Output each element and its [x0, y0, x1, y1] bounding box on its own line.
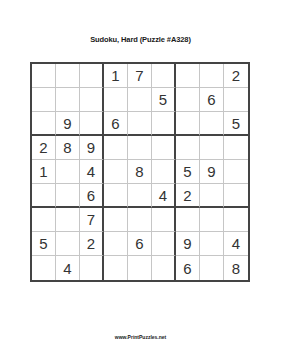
- cell-r2c3[interactable]: [80, 88, 104, 112]
- cell-r1c6[interactable]: [152, 64, 176, 88]
- cell-r1c8[interactable]: [200, 64, 224, 88]
- cell-r5c8[interactable]: 9: [200, 160, 224, 184]
- cell-r4c6[interactable]: [152, 136, 176, 160]
- cell-r3c7[interactable]: [176, 112, 200, 136]
- cell-r4c7[interactable]: [176, 136, 200, 160]
- cell-r4c5[interactable]: [128, 136, 152, 160]
- cell-r3c5[interactable]: [128, 112, 152, 136]
- cell-r5c9[interactable]: [224, 160, 248, 184]
- cell-r3c9[interactable]: 5: [224, 112, 248, 136]
- cell-r1c3[interactable]: [80, 64, 104, 88]
- sudoku-grid: 1725696528914859642752694468: [30, 62, 250, 282]
- cell-r3c6[interactable]: [152, 112, 176, 136]
- cell-r3c1[interactable]: [32, 112, 56, 136]
- cell-r7c1[interactable]: [32, 208, 56, 232]
- cell-r2c5[interactable]: [128, 88, 152, 112]
- cell-r2c7[interactable]: [176, 88, 200, 112]
- cell-r4c2[interactable]: 8: [56, 136, 80, 160]
- cell-r7c5[interactable]: [128, 208, 152, 232]
- cell-r3c3[interactable]: [80, 112, 104, 136]
- page-title: Sudoku, Hard (Puzzle #A328): [0, 35, 281, 44]
- cell-r4c9[interactable]: [224, 136, 248, 160]
- cell-r1c9[interactable]: 2: [224, 64, 248, 88]
- cell-r2c4[interactable]: [104, 88, 128, 112]
- cell-r5c6[interactable]: [152, 160, 176, 184]
- cell-r6c4[interactable]: [104, 184, 128, 208]
- cell-r9c7[interactable]: 6: [176, 256, 200, 280]
- cell-r8c7[interactable]: 9: [176, 232, 200, 256]
- cell-r6c6[interactable]: 4: [152, 184, 176, 208]
- cell-r3c8[interactable]: [200, 112, 224, 136]
- cell-r3c4[interactable]: 6: [104, 112, 128, 136]
- cell-r6c9[interactable]: [224, 184, 248, 208]
- cell-r9c9[interactable]: 8: [224, 256, 248, 280]
- cell-r8c8[interactable]: [200, 232, 224, 256]
- footer-url: www.PrintPuzzles.net: [0, 334, 281, 340]
- cell-r7c9[interactable]: [224, 208, 248, 232]
- cell-r9c2[interactable]: 4: [56, 256, 80, 280]
- cell-r4c1[interactable]: 2: [32, 136, 56, 160]
- cell-r6c1[interactable]: [32, 184, 56, 208]
- cell-r9c3[interactable]: [80, 256, 104, 280]
- cell-r8c6[interactable]: [152, 232, 176, 256]
- cell-r5c7[interactable]: 5: [176, 160, 200, 184]
- cell-r1c1[interactable]: [32, 64, 56, 88]
- cell-r7c6[interactable]: [152, 208, 176, 232]
- cell-r2c8[interactable]: 6: [200, 88, 224, 112]
- cell-r1c5[interactable]: 7: [128, 64, 152, 88]
- cell-r5c4[interactable]: [104, 160, 128, 184]
- cell-r7c2[interactable]: [56, 208, 80, 232]
- cell-r7c7[interactable]: [176, 208, 200, 232]
- cell-r5c5[interactable]: 8: [128, 160, 152, 184]
- cell-r9c5[interactable]: [128, 256, 152, 280]
- cell-r6c2[interactable]: [56, 184, 80, 208]
- cell-r9c6[interactable]: [152, 256, 176, 280]
- cell-r6c7[interactable]: 2: [176, 184, 200, 208]
- cell-r2c6[interactable]: 5: [152, 88, 176, 112]
- cell-r4c3[interactable]: 9: [80, 136, 104, 160]
- cell-r9c4[interactable]: [104, 256, 128, 280]
- cell-r6c5[interactable]: [128, 184, 152, 208]
- cell-r8c4[interactable]: [104, 232, 128, 256]
- cell-r7c8[interactable]: [200, 208, 224, 232]
- cell-r1c2[interactable]: [56, 64, 80, 88]
- cell-r6c8[interactable]: [200, 184, 224, 208]
- cell-r7c3[interactable]: 7: [80, 208, 104, 232]
- cell-r9c8[interactable]: [200, 256, 224, 280]
- cell-r1c7[interactable]: [176, 64, 200, 88]
- cell-r1c4[interactable]: 1: [104, 64, 128, 88]
- cell-r5c1[interactable]: 1: [32, 160, 56, 184]
- cell-r8c2[interactable]: [56, 232, 80, 256]
- cell-r2c2[interactable]: [56, 88, 80, 112]
- cell-r8c1[interactable]: 5: [32, 232, 56, 256]
- cell-r2c9[interactable]: [224, 88, 248, 112]
- cell-r4c4[interactable]: [104, 136, 128, 160]
- cell-r8c5[interactable]: 6: [128, 232, 152, 256]
- cell-r6c3[interactable]: 6: [80, 184, 104, 208]
- cell-r5c3[interactable]: 4: [80, 160, 104, 184]
- cell-r8c9[interactable]: 4: [224, 232, 248, 256]
- cell-r3c2[interactable]: 9: [56, 112, 80, 136]
- cell-r4c8[interactable]: [200, 136, 224, 160]
- cell-r7c4[interactable]: [104, 208, 128, 232]
- cell-r2c1[interactable]: [32, 88, 56, 112]
- cell-r8c3[interactable]: 2: [80, 232, 104, 256]
- cell-r9c1[interactable]: [32, 256, 56, 280]
- cell-r5c2[interactable]: [56, 160, 80, 184]
